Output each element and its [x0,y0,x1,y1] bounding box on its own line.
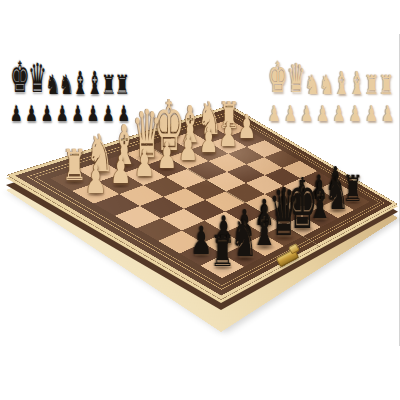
board-frame [15,108,392,296]
folding-chess-board: ♜♞♝♛♚♝♞♜♟♟♟♟♟♟♟♟♟♟♟♟♟♟♟♟♜♞♝♛♚♝♞♜ [0,0,400,400]
product-photo-stage: ♚♛♞♞♝♝♜♜ ♟♟♟♟♟♟♟♟ ♚♛♞♞♝♝♜♜ ♟♟♟♟♟♟♟♟ ♜♞♝♛… [0,0,400,400]
board-top-surface [6,105,398,300]
